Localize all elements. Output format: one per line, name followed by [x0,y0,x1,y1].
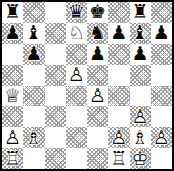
black-piece-glyph: ♟ [153,23,170,42]
square-g7[interactable]: ♝ [130,23,151,44]
square-a3[interactable] [2,106,23,127]
white-king: ♚♔ [130,148,151,169]
chess-board: ♜♛♚♜♟♝♞♘♞♟♝♟♟♟♟♟♙♛♕♟♙♟♙♟♙♝♗♟♙♝♗♟♙♜♖♜♖♚♔ [0,0,174,171]
square-c5[interactable] [45,65,66,86]
black-piece-glyph: ♟ [25,44,42,63]
square-d3[interactable] [66,106,87,127]
black-piece-glyph: ♛ [68,2,85,21]
black-piece-glyph: ♝ [132,23,149,42]
white-piece-outline: ♙ [132,107,149,126]
square-h6[interactable] [151,44,172,65]
black-piece-glyph: ♞ [89,23,106,42]
square-c8[interactable] [45,2,66,23]
white-piece-outline: ♙ [4,127,21,146]
square-a8[interactable]: ♜ [2,2,23,23]
white-rook: ♜♖ [108,148,129,169]
white-pawn: ♟♙ [151,127,172,148]
square-b6[interactable]: ♟ [23,44,44,65]
square-e1[interactable] [87,148,108,169]
black-piece-glyph: ♜ [4,2,21,21]
white-piece-outline: ♙ [110,127,127,146]
square-h3[interactable] [151,106,172,127]
square-a4[interactable]: ♛♕ [2,86,23,107]
black-piece-glyph: ♟ [110,23,127,42]
square-c7[interactable] [45,23,66,44]
white-piece-outline: ♖ [110,148,127,167]
square-c6[interactable] [45,44,66,65]
square-b3[interactable] [23,106,44,127]
black-bishop: ♝ [130,23,151,44]
white-piece-outline: ♕ [4,86,21,105]
square-d5[interactable]: ♟♙ [66,65,87,86]
white-piece-outline: ♙ [89,86,106,105]
square-e4[interactable]: ♟♙ [87,86,108,107]
black-pawn: ♟ [108,23,129,44]
square-e3[interactable] [87,106,108,127]
square-f6[interactable] [108,44,129,65]
black-piece-glyph: ♝ [25,23,42,42]
black-piece-glyph: ♟ [4,23,21,42]
white-rook: ♜♖ [2,148,23,169]
black-pawn: ♟ [2,23,23,44]
square-c1[interactable] [45,148,66,169]
square-g3[interactable]: ♟♙ [130,106,151,127]
white-bishop: ♝♗ [23,127,44,148]
square-g4[interactable] [130,86,151,107]
square-e2[interactable] [87,127,108,148]
square-d7[interactable]: ♞♘ [66,23,87,44]
square-a6[interactable] [2,44,23,65]
black-pawn: ♟ [130,44,151,65]
square-g6[interactable]: ♟ [130,44,151,65]
square-a7[interactable]: ♟ [2,23,23,44]
square-g2[interactable]: ♝♗ [130,127,151,148]
square-b5[interactable] [23,65,44,86]
square-a5[interactable] [2,65,23,86]
black-knight: ♞ [87,23,108,44]
square-b8[interactable] [23,2,44,23]
white-queen: ♛♕ [2,86,23,107]
square-b4[interactable] [23,86,44,107]
square-f3[interactable] [108,106,129,127]
black-bishop: ♝ [23,23,44,44]
square-c3[interactable] [45,106,66,127]
black-piece-glyph: ♜ [132,2,149,21]
square-h5[interactable] [151,65,172,86]
white-pawn: ♟♙ [87,86,108,107]
square-h2[interactable]: ♟♙ [151,127,172,148]
chess-diagram: ♜♛♚♜♟♝♞♘♞♟♝♟♟♟♟♟♙♛♕♟♙♟♙♟♙♝♗♟♙♝♗♟♙♜♖♜♖♚♔ [0,0,174,171]
black-pawn: ♟ [87,44,108,65]
white-piece-outline: ♘ [68,23,85,42]
square-f7[interactable]: ♟ [108,23,129,44]
black-pawn: ♟ [23,44,44,65]
square-c2[interactable] [45,127,66,148]
black-pawn: ♟ [151,23,172,44]
white-piece-outline: ♔ [132,148,149,167]
square-g1[interactable]: ♚♔ [130,148,151,169]
white-pawn: ♟♙ [108,127,129,148]
black-piece-glyph: ♟ [132,44,149,63]
square-f5[interactable] [108,65,129,86]
square-e8[interactable]: ♚ [87,2,108,23]
white-piece-outline: ♗ [132,127,149,146]
square-d8[interactable]: ♛ [66,2,87,23]
square-f2[interactable]: ♟♙ [108,127,129,148]
square-a2[interactable]: ♟♙ [2,127,23,148]
white-piece-outline: ♖ [4,148,21,167]
square-h8[interactable] [151,2,172,23]
white-pawn: ♟♙ [66,65,87,86]
square-f8[interactable] [108,2,129,23]
square-b7[interactable]: ♝ [23,23,44,44]
square-g5[interactable] [130,65,151,86]
square-f1[interactable]: ♜♖ [108,148,129,169]
black-rook: ♜ [2,2,23,23]
square-b1[interactable] [23,148,44,169]
black-piece-glyph: ♟ [89,44,106,63]
square-d4[interactable] [66,86,87,107]
square-h7[interactable]: ♟ [151,23,172,44]
white-piece-outline: ♙ [68,65,85,84]
square-g8[interactable]: ♜ [130,2,151,23]
square-d6[interactable] [66,44,87,65]
black-rook: ♜ [130,2,151,23]
square-d2[interactable] [66,127,87,148]
square-b2[interactable]: ♝♗ [23,127,44,148]
white-pawn: ♟♙ [130,106,151,127]
black-piece-glyph: ♚ [89,2,106,21]
white-pawn: ♟♙ [2,127,23,148]
square-f4[interactable] [108,86,129,107]
black-queen: ♛ [66,2,87,23]
white-knight: ♞♘ [66,23,87,44]
square-e7[interactable]: ♞ [87,23,108,44]
square-d1[interactable] [66,148,87,169]
square-e5[interactable] [87,65,108,86]
square-h1[interactable] [151,148,172,169]
white-piece-outline: ♙ [153,127,170,146]
square-c4[interactable] [45,86,66,107]
square-a1[interactable]: ♜♖ [2,148,23,169]
white-piece-outline: ♗ [25,127,42,146]
black-king: ♚ [87,2,108,23]
square-e6[interactable]: ♟ [87,44,108,65]
square-h4[interactable] [151,86,172,107]
white-bishop: ♝♗ [130,127,151,148]
